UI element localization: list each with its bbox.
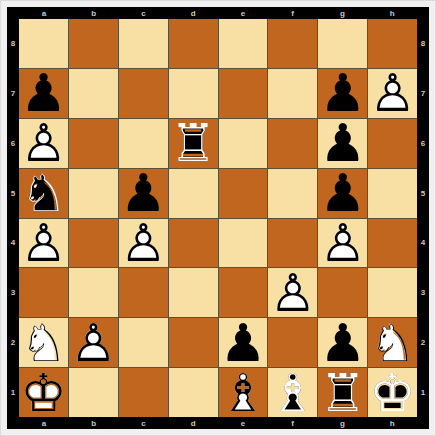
- black-king-glyph: ♚: [368, 368, 417, 417]
- rank-labels-right: 87654321: [417, 19, 429, 417]
- square-b7[interactable]: [69, 69, 118, 118]
- square-c5[interactable]: ♟: [119, 169, 168, 218]
- square-h1[interactable]: ♚♔: [368, 368, 417, 417]
- rank-label-3: 3: [7, 268, 19, 318]
- rank-label-2: 2: [7, 318, 19, 368]
- rank-label-8: 8: [7, 19, 19, 69]
- square-e2[interactable]: ♟: [219, 318, 268, 367]
- black-rook-outline: ♖: [169, 119, 218, 168]
- square-h3[interactable]: [368, 268, 417, 317]
- rank-label-4: 4: [7, 218, 19, 268]
- square-g7[interactable]: ♟: [318, 69, 367, 118]
- square-f6[interactable]: [268, 119, 317, 168]
- white-knight-glyph: ♞: [19, 318, 68, 367]
- piece-white-king-a1[interactable]: ♚♔: [19, 368, 68, 417]
- rank-label-5: 5: [417, 168, 429, 218]
- black-rook-glyph: ♜: [169, 119, 218, 168]
- black-pawn-glyph: ♟: [19, 69, 68, 118]
- square-c8[interactable]: [119, 19, 168, 68]
- black-pawn-glyph: ♟: [318, 119, 367, 168]
- black-knight-glyph: ♞: [19, 169, 68, 218]
- rank-label-7: 7: [417, 69, 429, 119]
- square-b1[interactable]: [69, 368, 118, 417]
- piece-black-bishop-f1[interactable]: ♝♗: [268, 368, 317, 417]
- white-knight-outline: ♘: [368, 318, 417, 367]
- piece-black-pawn-e2[interactable]: ♟: [219, 318, 268, 367]
- rank-label-8: 8: [417, 19, 429, 69]
- square-h5[interactable]: [368, 169, 417, 218]
- file-label-a: a: [19, 7, 69, 19]
- square-a4[interactable]: ♟♙: [19, 219, 68, 268]
- rank-label-6: 6: [7, 119, 19, 169]
- piece-black-knight-a5[interactable]: ♞♘: [19, 169, 68, 218]
- rank-label-4: 4: [417, 218, 429, 268]
- square-a6[interactable]: ♟♙: [19, 119, 68, 168]
- file-label-e: e: [218, 7, 268, 19]
- file-label-g: g: [318, 7, 368, 19]
- square-c2[interactable]: [119, 318, 168, 367]
- black-pawn-glyph: ♟: [219, 318, 268, 367]
- square-f7[interactable]: [268, 69, 317, 118]
- white-pawn-outline: ♙: [119, 219, 168, 268]
- square-a5[interactable]: ♞♘: [19, 169, 68, 218]
- file-label-e: e: [218, 417, 268, 429]
- piece-white-knight-a2[interactable]: ♞♘: [19, 318, 68, 367]
- piece-white-pawn-h7[interactable]: ♟♙: [368, 69, 417, 118]
- square-b3[interactable]: [69, 268, 118, 317]
- rank-label-1: 1: [417, 367, 429, 417]
- white-pawn-outline: ♙: [19, 219, 68, 268]
- file-label-c: c: [119, 7, 169, 19]
- rank-label-1: 1: [7, 367, 19, 417]
- white-knight-outline: ♘: [19, 318, 68, 367]
- square-c6[interactable]: [119, 119, 168, 168]
- square-g1[interactable]: ♜♖: [318, 368, 367, 417]
- square-f5[interactable]: [268, 169, 317, 218]
- black-king-outline: ♔: [368, 368, 417, 417]
- piece-white-pawn-a6[interactable]: ♟♙: [19, 119, 68, 168]
- square-b5[interactable]: [69, 169, 118, 218]
- file-label-b: b: [69, 7, 119, 19]
- square-g5[interactable]: ♟: [318, 169, 367, 218]
- square-e8[interactable]: [219, 19, 268, 68]
- square-e1[interactable]: ♝♗: [219, 368, 268, 417]
- piece-white-pawn-g4[interactable]: ♟♙: [318, 219, 367, 268]
- black-pawn-glyph: ♟: [318, 318, 367, 367]
- square-d2[interactable]: [169, 318, 218, 367]
- square-d7[interactable]: [169, 69, 218, 118]
- white-pawn-glyph: ♟: [19, 119, 68, 168]
- rank-label-7: 7: [7, 69, 19, 119]
- square-a1[interactable]: ♚♔: [19, 368, 68, 417]
- square-d5[interactable]: [169, 169, 218, 218]
- file-label-h: h: [367, 7, 417, 19]
- square-a2[interactable]: ♞♘: [19, 318, 68, 367]
- file-label-g: g: [318, 417, 368, 429]
- square-f3[interactable]: ♟♙: [268, 268, 317, 317]
- white-pawn-glyph: ♟: [19, 219, 68, 268]
- piece-black-pawn-g6[interactable]: ♟: [318, 119, 367, 168]
- square-b6[interactable]: [69, 119, 118, 168]
- file-label-c: c: [119, 417, 169, 429]
- black-rook-outline: ♖: [318, 368, 367, 417]
- white-pawn-outline: ♙: [368, 69, 417, 118]
- file-label-b: b: [69, 417, 119, 429]
- white-pawn-glyph: ♟: [69, 318, 118, 367]
- file-label-a: a: [19, 417, 69, 429]
- square-g3[interactable]: [318, 268, 367, 317]
- white-king-outline: ♔: [19, 368, 68, 417]
- square-b4[interactable]: [69, 219, 118, 268]
- square-d4[interactable]: [169, 219, 218, 268]
- square-g4[interactable]: ♟♙: [318, 219, 367, 268]
- square-a7[interactable]: ♟: [19, 69, 68, 118]
- square-h2[interactable]: ♞♘: [368, 318, 417, 367]
- black-rook-glyph: ♜: [318, 368, 367, 417]
- square-c3[interactable]: [119, 268, 168, 317]
- rank-label-3: 3: [417, 268, 429, 318]
- white-knight-glyph: ♞: [368, 318, 417, 367]
- square-c4[interactable]: ♟♙: [119, 219, 168, 268]
- white-pawn-glyph: ♟: [119, 219, 168, 268]
- piece-black-rook-d6[interactable]: ♜♖: [169, 119, 218, 168]
- square-f8[interactable]: [268, 19, 317, 68]
- white-pawn-glyph: ♟: [268, 268, 317, 317]
- white-pawn-glyph: ♟: [318, 219, 367, 268]
- square-c1[interactable]: [119, 368, 168, 417]
- piece-black-rook-g1[interactable]: ♜♖: [318, 368, 367, 417]
- square-h4[interactable]: [368, 219, 417, 268]
- board-frame: abcdefgh abcdefgh 87654321 87654321 ♟♟♟♙…: [7, 7, 429, 429]
- white-bishop-outline: ♗: [219, 368, 268, 417]
- white-pawn-outline: ♙: [318, 219, 367, 268]
- square-a8[interactable]: [19, 19, 68, 68]
- rank-label-2: 2: [417, 318, 429, 368]
- piece-black-pawn-a7[interactable]: ♟: [19, 69, 68, 118]
- square-c7[interactable]: [119, 69, 168, 118]
- file-labels-bottom: abcdefgh: [19, 417, 417, 429]
- file-label-f: f: [268, 7, 318, 19]
- rank-label-6: 6: [417, 119, 429, 169]
- piece-white-pawn-b2[interactable]: ♟♙: [69, 318, 118, 367]
- square-b8[interactable]: [69, 19, 118, 68]
- piece-white-pawn-a4[interactable]: ♟♙: [19, 219, 68, 268]
- piece-black-pawn-g7[interactable]: ♟: [318, 69, 367, 118]
- square-e5[interactable]: [219, 169, 268, 218]
- piece-white-pawn-f3[interactable]: ♟♙: [268, 268, 317, 317]
- square-h7[interactable]: ♟♙: [368, 69, 417, 118]
- square-f4[interactable]: [268, 219, 317, 268]
- black-knight-outline: ♘: [19, 169, 68, 218]
- file-label-d: d: [168, 7, 218, 19]
- rank-label-5: 5: [7, 168, 19, 218]
- white-pawn-glyph: ♟: [368, 69, 417, 118]
- white-pawn-outline: ♙: [268, 268, 317, 317]
- file-label-d: d: [168, 417, 218, 429]
- piece-black-pawn-g5[interactable]: ♟: [318, 169, 367, 218]
- square-f1[interactable]: ♝♗: [268, 368, 317, 417]
- file-label-h: h: [367, 417, 417, 429]
- piece-black-pawn-c5[interactable]: ♟: [119, 169, 168, 218]
- piece-white-knight-h2[interactable]: ♞♘: [368, 318, 417, 367]
- square-g6[interactable]: ♟: [318, 119, 367, 168]
- piece-black-pawn-g2[interactable]: ♟: [318, 318, 367, 367]
- square-g8[interactable]: [318, 19, 367, 68]
- square-a3[interactable]: [19, 268, 68, 317]
- square-e3[interactable]: [219, 268, 268, 317]
- square-g2[interactable]: ♟: [318, 318, 367, 367]
- rank-labels-left: 87654321: [7, 19, 19, 417]
- black-pawn-glyph: ♟: [318, 69, 367, 118]
- square-e6[interactable]: [219, 119, 268, 168]
- black-pawn-glyph: ♟: [119, 169, 168, 218]
- file-labels-top: abcdefgh: [19, 7, 417, 19]
- white-pawn-outline: ♙: [19, 119, 68, 168]
- square-h8[interactable]: [368, 19, 417, 68]
- square-d6[interactable]: ♜♖: [169, 119, 218, 168]
- white-pawn-outline: ♙: [69, 318, 118, 367]
- square-d1[interactable]: [169, 368, 218, 417]
- square-d8[interactable]: [169, 19, 218, 68]
- black-pawn-glyph: ♟: [318, 169, 367, 218]
- piece-black-king-h1[interactable]: ♚♔: [368, 368, 417, 417]
- black-bishop-outline: ♗: [268, 368, 317, 417]
- square-e7[interactable]: [219, 69, 268, 118]
- chess-diagram: abcdefgh abcdefgh 87654321 87654321 ♟♟♟♙…: [0, 0, 436, 436]
- square-d3[interactable]: [169, 268, 218, 317]
- piece-white-bishop-e1[interactable]: ♝♗: [219, 368, 268, 417]
- square-f2[interactable]: [268, 318, 317, 367]
- square-e4[interactable]: [219, 219, 268, 268]
- file-label-f: f: [268, 417, 318, 429]
- piece-white-pawn-c4[interactable]: ♟♙: [119, 219, 168, 268]
- square-h6[interactable]: [368, 119, 417, 168]
- square-b2[interactable]: ♟♙: [69, 318, 118, 367]
- chess-board: ♟♟♟♙♟♙♜♖♟♞♘♟♟♟♙♟♙♟♙♟♙♞♘♟♙♟♟♞♘♚♔♝♗♝♗♜♖♚♔: [19, 19, 417, 417]
- white-king-glyph: ♚: [19, 368, 68, 417]
- white-bishop-glyph: ♝: [219, 368, 268, 417]
- black-bishop-glyph: ♝: [268, 368, 317, 417]
